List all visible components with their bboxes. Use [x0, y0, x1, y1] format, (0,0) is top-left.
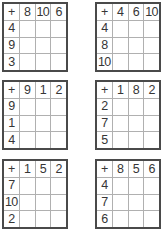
row-header: 2	[97, 99, 112, 115]
answer-cell[interactable]	[51, 99, 66, 115]
answer-cell[interactable]	[20, 132, 35, 148]
row-header: 6	[97, 211, 112, 227]
row-header: 4	[4, 132, 19, 148]
answer-cell[interactable]	[129, 21, 144, 37]
row-header: 3	[4, 54, 19, 70]
row-header: 7	[97, 116, 112, 132]
answer-cell[interactable]	[51, 21, 66, 37]
answer-cell[interactable]	[36, 116, 51, 132]
row-header: 8	[97, 38, 112, 54]
col-header: 6	[51, 4, 66, 20]
row-header: 9	[4, 99, 19, 115]
col-header: 9	[20, 82, 35, 98]
col-header: 6	[144, 161, 159, 177]
answer-cell[interactable]	[113, 21, 128, 37]
answer-cell[interactable]	[20, 38, 35, 54]
col-header: 5	[129, 161, 144, 177]
answer-cell[interactable]	[144, 195, 159, 211]
answer-cell[interactable]	[51, 132, 66, 148]
col-header: 4	[113, 4, 128, 20]
row-header: 4	[4, 21, 19, 37]
addition-table-bottom-left: + 1 5 2 7 10 2	[2, 159, 68, 229]
row-header: 7	[4, 178, 19, 194]
answer-cell[interactable]	[51, 178, 66, 194]
answer-cell[interactable]	[113, 132, 128, 148]
answer-cell[interactable]	[129, 116, 144, 132]
addition-table-top-right: + 4 6 10 4 8 10	[95, 2, 161, 72]
answer-cell[interactable]	[113, 38, 128, 54]
plus-operator: +	[4, 4, 19, 20]
answer-cell[interactable]	[113, 178, 128, 194]
plus-operator: +	[97, 161, 112, 177]
answer-cell[interactable]	[36, 195, 51, 211]
answer-cell[interactable]	[113, 99, 128, 115]
addition-table-middle-right: + 1 8 2 2 7 5	[95, 80, 161, 150]
row-header: 10	[97, 54, 112, 70]
answer-cell[interactable]	[144, 38, 159, 54]
answer-cell[interactable]	[144, 54, 159, 70]
answer-cell[interactable]	[20, 195, 35, 211]
addition-table-top-left: + 8 10 6 4 9 3	[2, 2, 68, 72]
answer-cell[interactable]	[113, 195, 128, 211]
plus-operator: +	[97, 4, 112, 20]
answer-cell[interactable]	[113, 211, 128, 227]
answer-cell[interactable]	[20, 99, 35, 115]
answer-cell[interactable]	[113, 54, 128, 70]
plus-operator: +	[97, 82, 112, 98]
plus-operator: +	[4, 161, 19, 177]
row-header: 1	[4, 116, 19, 132]
col-header: 8	[113, 161, 128, 177]
answer-cell[interactable]	[51, 195, 66, 211]
answer-cell[interactable]	[129, 54, 144, 70]
answer-cell[interactable]	[36, 54, 51, 70]
col-header: 10	[36, 4, 51, 20]
answer-cell[interactable]	[36, 21, 51, 37]
answer-cell[interactable]	[144, 21, 159, 37]
answer-cell[interactable]	[36, 38, 51, 54]
answer-cell[interactable]	[51, 211, 66, 227]
answer-cell[interactable]	[144, 116, 159, 132]
answer-cell[interactable]	[129, 178, 144, 194]
row-header: 4	[97, 178, 112, 194]
answer-cell[interactable]	[20, 21, 35, 37]
answer-cell[interactable]	[144, 99, 159, 115]
row-header: 5	[97, 132, 112, 148]
answer-cell[interactable]	[20, 116, 35, 132]
answer-cell[interactable]	[129, 195, 144, 211]
answer-cell[interactable]	[36, 99, 51, 115]
row-header: 2	[4, 211, 19, 227]
answer-cell[interactable]	[144, 178, 159, 194]
answer-cell[interactable]	[36, 178, 51, 194]
answer-cell[interactable]	[20, 211, 35, 227]
answer-cell[interactable]	[129, 99, 144, 115]
answer-cell[interactable]	[144, 211, 159, 227]
plus-operator: +	[4, 82, 19, 98]
answer-cell[interactable]	[144, 132, 159, 148]
answer-cell[interactable]	[36, 211, 51, 227]
col-header: 8	[20, 4, 35, 20]
col-header: 8	[129, 82, 144, 98]
answer-cell[interactable]	[129, 211, 144, 227]
col-header: 1	[36, 82, 51, 98]
answer-cell[interactable]	[20, 54, 35, 70]
answer-cell[interactable]	[51, 116, 66, 132]
col-header: 1	[113, 82, 128, 98]
col-header: 2	[144, 82, 159, 98]
answer-cell[interactable]	[20, 178, 35, 194]
answer-cell[interactable]	[129, 38, 144, 54]
addition-table-bottom-right: + 8 5 6 4 7 6	[95, 159, 161, 229]
answer-cell[interactable]	[36, 132, 51, 148]
col-header: 6	[129, 4, 144, 20]
answer-cell[interactable]	[51, 38, 66, 54]
col-header: 10	[144, 4, 159, 20]
addition-table-middle-left: + 9 1 2 9 1 4	[2, 80, 68, 150]
answer-cell[interactable]	[129, 132, 144, 148]
worksheet-page: + 8 10 6 4 9 3 + 4 6 10 4 8 10 +	[0, 0, 165, 230]
answer-cell[interactable]	[113, 116, 128, 132]
row-header: 9	[4, 38, 19, 54]
row-header: 10	[4, 195, 19, 211]
col-header: 2	[51, 82, 66, 98]
col-header: 1	[20, 161, 35, 177]
row-header: 4	[97, 21, 112, 37]
row-header: 7	[97, 195, 112, 211]
answer-cell[interactable]	[51, 54, 66, 70]
col-header: 5	[36, 161, 51, 177]
col-header: 2	[51, 161, 66, 177]
